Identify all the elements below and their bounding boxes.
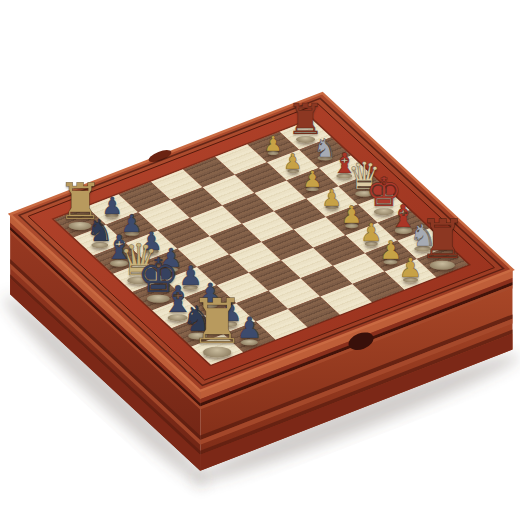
piece-red-pawn[interactable]: ♟ bbox=[322, 187, 343, 210]
piece-glyph: ♟ bbox=[264, 135, 283, 155]
piece-glyph: ♟ bbox=[398, 256, 422, 281]
piece-glyph: ♟ bbox=[283, 152, 302, 173]
piece-red-rook[interactable]: ♜ bbox=[418, 214, 466, 270]
piece-glyph: ♟ bbox=[322, 187, 343, 209]
chess-set-product-photo: ♜♞♝♛♚♝♞♜♟♟♟♟♟♟♟♟♟♟♟♟♟♟♟♟♜♞♝♛♚♝♞♜ bbox=[0, 0, 520, 520]
piece-red-pawn[interactable]: ♟ bbox=[398, 256, 422, 283]
piece-blue-rook[interactable]: ♜ bbox=[189, 292, 245, 357]
piece-red-pawn[interactable]: ♟ bbox=[264, 135, 283, 155]
piece-red-pawn[interactable]: ♟ bbox=[302, 169, 322, 191]
piece-glyph: ♜ bbox=[418, 214, 466, 265]
piece-glyph: ♜ bbox=[189, 292, 245, 351]
piece-glyph: ♟ bbox=[302, 169, 322, 190]
piece-red-pawn[interactable]: ♟ bbox=[283, 152, 302, 173]
